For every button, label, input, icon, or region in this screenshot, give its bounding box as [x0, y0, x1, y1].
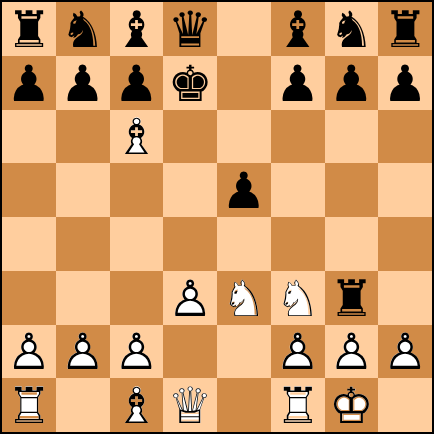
- square-b3[interactable]: [56, 271, 110, 325]
- square-c5[interactable]: [110, 163, 164, 217]
- white-pawn: ♟♙: [56, 325, 110, 379]
- square-b4[interactable]: [56, 217, 110, 271]
- square-f5[interactable]: [271, 163, 325, 217]
- square-h5[interactable]: [378, 163, 432, 217]
- black-pawn: ♟: [2, 56, 56, 110]
- square-a5[interactable]: [2, 163, 56, 217]
- square-f1[interactable]: ♜♖: [271, 378, 325, 432]
- square-h8[interactable]: ♜: [378, 2, 432, 56]
- square-d8[interactable]: ♛: [163, 2, 217, 56]
- white-rook: ♜♖: [2, 378, 56, 432]
- white-pawn: ♟♙: [325, 325, 379, 379]
- white-knight: ♞♘: [217, 271, 271, 325]
- white-bishop: ♝♗: [110, 110, 164, 164]
- square-f8[interactable]: ♝: [271, 2, 325, 56]
- black-rook: ♜: [2, 2, 56, 56]
- square-h1[interactable]: [378, 378, 432, 432]
- square-c6[interactable]: ♝♗: [110, 110, 164, 164]
- square-e5[interactable]: ♟: [217, 163, 271, 217]
- square-a6[interactable]: [2, 110, 56, 164]
- white-bishop: ♝♗: [110, 378, 164, 432]
- chess-board-container: ♜♞♝♛♝♞♜♟♟♟♚♟♟♟♝♗♟♟♙♞♘♞♘♜♟♙♟♙♟♙♟♙♟♙♟♙♜♖♝♗…: [0, 0, 434, 434]
- white-pawn: ♟♙: [271, 325, 325, 379]
- black-rook: ♜: [325, 271, 379, 325]
- black-queen: ♛: [163, 2, 217, 56]
- square-b7[interactable]: ♟: [56, 56, 110, 110]
- square-d4[interactable]: [163, 217, 217, 271]
- square-g4[interactable]: [325, 217, 379, 271]
- square-e4[interactable]: [217, 217, 271, 271]
- square-f2[interactable]: ♟♙: [271, 325, 325, 379]
- square-h6[interactable]: [378, 110, 432, 164]
- square-f4[interactable]: [271, 217, 325, 271]
- black-pawn: ♟: [217, 163, 271, 217]
- square-d1[interactable]: ♛♕: [163, 378, 217, 432]
- black-bishop: ♝: [110, 2, 164, 56]
- square-d7[interactable]: ♚: [163, 56, 217, 110]
- square-g6[interactable]: [325, 110, 379, 164]
- black-bishop: ♝: [271, 2, 325, 56]
- black-pawn: ♟: [56, 56, 110, 110]
- black-pawn: ♟: [110, 56, 164, 110]
- square-d3[interactable]: ♟♙: [163, 271, 217, 325]
- square-b6[interactable]: [56, 110, 110, 164]
- square-b5[interactable]: [56, 163, 110, 217]
- black-rook: ♜: [378, 2, 432, 56]
- square-e3[interactable]: ♞♘: [217, 271, 271, 325]
- white-pawn: ♟♙: [163, 271, 217, 325]
- square-b8[interactable]: ♞: [56, 2, 110, 56]
- black-pawn: ♟: [325, 56, 379, 110]
- white-pawn: ♟♙: [378, 325, 432, 379]
- square-d5[interactable]: [163, 163, 217, 217]
- square-e1[interactable]: [217, 378, 271, 432]
- square-e6[interactable]: [217, 110, 271, 164]
- square-b2[interactable]: ♟♙: [56, 325, 110, 379]
- white-knight: ♞♘: [271, 271, 325, 325]
- square-c3[interactable]: [110, 271, 164, 325]
- square-g7[interactable]: ♟: [325, 56, 379, 110]
- black-knight: ♞: [325, 2, 379, 56]
- square-a1[interactable]: ♜♖: [2, 378, 56, 432]
- white-queen: ♛♕: [163, 378, 217, 432]
- square-h4[interactable]: [378, 217, 432, 271]
- square-a8[interactable]: ♜: [2, 2, 56, 56]
- black-pawn: ♟: [271, 56, 325, 110]
- black-knight: ♞: [56, 2, 110, 56]
- square-g5[interactable]: [325, 163, 379, 217]
- square-c4[interactable]: [110, 217, 164, 271]
- square-h3[interactable]: [378, 271, 432, 325]
- black-king: ♚: [163, 56, 217, 110]
- square-a2[interactable]: ♟♙: [2, 325, 56, 379]
- white-pawn: ♟♙: [110, 325, 164, 379]
- square-h2[interactable]: ♟♙: [378, 325, 432, 379]
- square-g1[interactable]: ♚♔: [325, 378, 379, 432]
- white-pawn: ♟♙: [2, 325, 56, 379]
- square-c7[interactable]: ♟: [110, 56, 164, 110]
- square-d6[interactable]: [163, 110, 217, 164]
- square-g3[interactable]: ♜: [325, 271, 379, 325]
- black-pawn: ♟: [378, 56, 432, 110]
- square-f7[interactable]: ♟: [271, 56, 325, 110]
- square-f6[interactable]: [271, 110, 325, 164]
- square-e8[interactable]: [217, 2, 271, 56]
- square-b1[interactable]: [56, 378, 110, 432]
- square-a7[interactable]: ♟: [2, 56, 56, 110]
- square-e7[interactable]: [217, 56, 271, 110]
- square-h7[interactable]: ♟: [378, 56, 432, 110]
- square-g8[interactable]: ♞: [325, 2, 379, 56]
- square-a3[interactable]: [2, 271, 56, 325]
- square-e2[interactable]: [217, 325, 271, 379]
- square-f3[interactable]: ♞♘: [271, 271, 325, 325]
- white-king: ♚♔: [325, 378, 379, 432]
- square-c2[interactable]: ♟♙: [110, 325, 164, 379]
- square-d2[interactable]: [163, 325, 217, 379]
- square-g2[interactable]: ♟♙: [325, 325, 379, 379]
- square-c1[interactable]: ♝♗: [110, 378, 164, 432]
- square-c8[interactable]: ♝: [110, 2, 164, 56]
- chess-board: ♜♞♝♛♝♞♜♟♟♟♚♟♟♟♝♗♟♟♙♞♘♞♘♜♟♙♟♙♟♙♟♙♟♙♟♙♜♖♝♗…: [0, 0, 434, 434]
- white-rook: ♜♖: [271, 378, 325, 432]
- square-a4[interactable]: [2, 217, 56, 271]
